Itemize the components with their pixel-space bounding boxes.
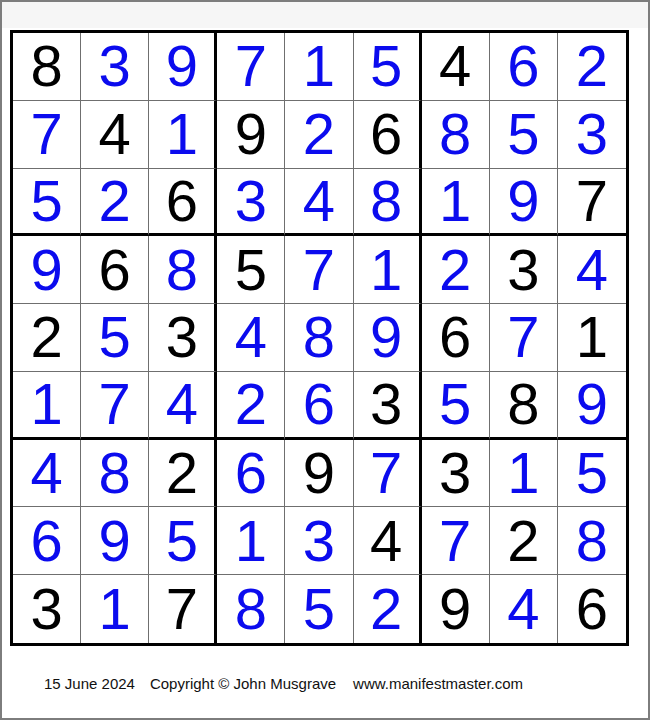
cell-r6c3: 4 [149, 372, 217, 440]
cell-r3c9: 7 [558, 169, 626, 237]
cell-r1c8: 6 [490, 33, 558, 101]
cell-r7c3: 2 [149, 440, 217, 508]
cell-r1c4: 7 [217, 33, 285, 101]
cell-r8c2: 9 [81, 507, 149, 575]
cell-r4c2: 6 [81, 236, 149, 304]
cell-r5c5: 8 [285, 304, 353, 372]
cell-r1c7: 4 [422, 33, 490, 101]
cell-r6c5: 6 [285, 372, 353, 440]
cell-r8c8: 2 [490, 507, 558, 575]
cell-r6c6: 3 [354, 372, 422, 440]
cell-r4c8: 3 [490, 236, 558, 304]
cell-r5c2: 5 [81, 304, 149, 372]
cell-r5c3: 3 [149, 304, 217, 372]
cell-r7c4: 6 [217, 440, 285, 508]
cell-r5c9: 1 [558, 304, 626, 372]
cell-r3c3: 6 [149, 169, 217, 237]
cell-r2c4: 9 [217, 101, 285, 169]
cell-r9c6: 2 [354, 575, 422, 643]
cell-r4c6: 1 [354, 236, 422, 304]
cell-r4c4: 5 [217, 236, 285, 304]
cell-r5c4: 4 [217, 304, 285, 372]
cell-r3c2: 2 [81, 169, 149, 237]
cell-r3c4: 3 [217, 169, 285, 237]
cell-r1c3: 9 [149, 33, 217, 101]
cell-r2c8: 5 [490, 101, 558, 169]
cell-r7c2: 8 [81, 440, 149, 508]
sudoku-board: 8397154627419268535263481979685712342534… [10, 30, 629, 646]
cell-r2c2: 4 [81, 101, 149, 169]
cell-r8c6: 4 [354, 507, 422, 575]
cell-r6c1: 1 [13, 372, 81, 440]
cell-r1c9: 2 [558, 33, 626, 101]
cell-r3c6: 8 [354, 169, 422, 237]
cell-r7c8: 1 [490, 440, 558, 508]
cell-r8c4: 1 [217, 507, 285, 575]
page: 8397154627419268535263481979685712342534… [0, 0, 650, 720]
cell-r5c8: 7 [490, 304, 558, 372]
cell-r6c2: 7 [81, 372, 149, 440]
cell-r7c6: 7 [354, 440, 422, 508]
footer-copyright: Copyright © John Musgrave [150, 675, 336, 692]
cell-r1c5: 1 [285, 33, 353, 101]
cell-r7c7: 3 [422, 440, 490, 508]
cell-r8c7: 7 [422, 507, 490, 575]
cell-r4c5: 7 [285, 236, 353, 304]
cell-r9c4: 8 [217, 575, 285, 643]
cell-r7c1: 4 [13, 440, 81, 508]
cell-r9c1: 3 [13, 575, 81, 643]
cell-r8c9: 8 [558, 507, 626, 575]
footer: 15 June 2024 Copyright © John Musgrave w… [44, 674, 523, 692]
cell-r9c8: 4 [490, 575, 558, 643]
cell-r9c9: 6 [558, 575, 626, 643]
cell-r6c4: 2 [217, 372, 285, 440]
footer-date: 15 June 2024 [44, 675, 135, 692]
cell-r3c8: 9 [490, 169, 558, 237]
cell-r1c1: 8 [13, 33, 81, 101]
cell-r6c9: 9 [558, 372, 626, 440]
cell-r1c2: 3 [81, 33, 149, 101]
cell-r9c3: 7 [149, 575, 217, 643]
cell-r4c9: 4 [558, 236, 626, 304]
cell-r2c3: 1 [149, 101, 217, 169]
top-margin-band [2, 2, 648, 28]
cell-r9c5: 5 [285, 575, 353, 643]
cell-r3c1: 5 [13, 169, 81, 237]
cell-r2c7: 8 [422, 101, 490, 169]
cell-r2c1: 7 [13, 101, 81, 169]
cell-r7c9: 5 [558, 440, 626, 508]
cell-r4c7: 2 [422, 236, 490, 304]
cell-r6c7: 5 [422, 372, 490, 440]
cell-r5c1: 2 [13, 304, 81, 372]
cell-r2c6: 6 [354, 101, 422, 169]
cell-r2c9: 3 [558, 101, 626, 169]
cell-r1c6: 5 [354, 33, 422, 101]
cell-r6c8: 8 [490, 372, 558, 440]
cell-r8c5: 3 [285, 507, 353, 575]
cell-r5c6: 9 [354, 304, 422, 372]
cell-r7c5: 9 [285, 440, 353, 508]
cell-r3c5: 4 [285, 169, 353, 237]
cell-r4c1: 9 [13, 236, 81, 304]
cell-r9c7: 9 [422, 575, 490, 643]
cell-r8c1: 6 [13, 507, 81, 575]
cell-r9c2: 1 [81, 575, 149, 643]
footer-website: www.manifestmaster.com [353, 675, 523, 692]
cell-r8c3: 5 [149, 507, 217, 575]
cell-r3c7: 1 [422, 169, 490, 237]
cell-r2c5: 2 [285, 101, 353, 169]
cell-r4c3: 8 [149, 236, 217, 304]
cell-r5c7: 6 [422, 304, 490, 372]
